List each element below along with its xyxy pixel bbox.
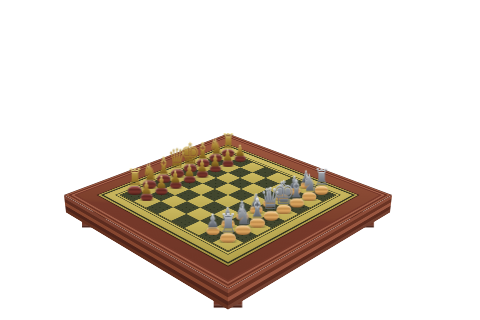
chess-board: ♜♞♝♛♚♝♞♜♟♟♟♟♟♟♟♟♟♟♟♟♟♟♟♟♜♞♝♛♚♝♞♜	[64, 133, 392, 289]
rook-glyph: ♜	[219, 211, 237, 236]
piece-silver-rook-a8: ♜	[211, 202, 245, 243]
product-photo-stage: ♜♞♝♛♚♝♞♜♟♟♟♟♟♟♟♟♟♟♟♟♟♟♟♟♜♞♝♛♚♝♞♜	[0, 0, 480, 320]
pawn-glyph: ♟	[141, 180, 153, 196]
piece-gold-pawn-a2: ♟	[132, 172, 163, 201]
scene-3d: ♜♞♝♛♚♝♞♜♟♟♟♟♟♟♟♟♟♟♟♟♟♟♟♟♜♞♝♛♚♝♞♜	[0, 0, 480, 320]
